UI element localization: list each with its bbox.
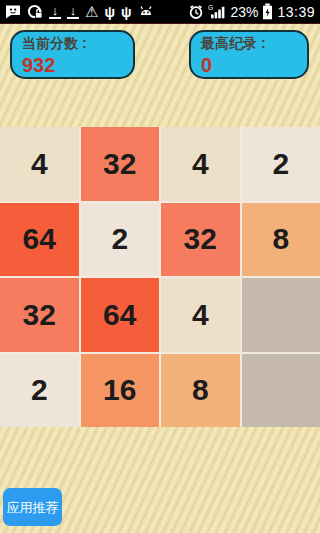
network-type-label: G xyxy=(208,4,213,11)
clock-time: 13:39 xyxy=(277,4,315,20)
signal-icon: G xyxy=(208,4,226,19)
tile-2-r1c4: 2 xyxy=(242,127,320,201)
chat-icon xyxy=(5,5,21,19)
best-score-label: 最高纪录 : xyxy=(201,36,297,51)
warning-icon: ⚠ xyxy=(85,4,98,19)
screen: ↓ ↓ ⚠ ψ ψ G 23% 13:39 当前分数 : 932 最高纪录 : … xyxy=(0,0,320,533)
tile-2-r2c2: 2 xyxy=(81,203,160,277)
battery-percent-label: 23% xyxy=(230,4,258,20)
tile-4-r1c1: 4 xyxy=(0,127,79,201)
tile-64-r2c1: 64 xyxy=(0,203,79,277)
current-score-value: 932 xyxy=(22,55,123,75)
tile-8-r4c3: 8 xyxy=(161,354,240,428)
download-icon: ↓ xyxy=(67,4,79,19)
tile-32-r1c2: 32 xyxy=(81,127,160,201)
download-icon: ↓ xyxy=(49,4,61,19)
tile-16-r4c2: 16 xyxy=(81,354,160,428)
empty-cell-r4c4 xyxy=(242,354,320,428)
tile-4-r3c3: 4 xyxy=(161,278,240,352)
current-score-box: 当前分数 : 932 xyxy=(10,30,135,79)
usb-icon: ψ xyxy=(121,5,132,19)
tile-64-r3c2: 64 xyxy=(81,278,160,352)
tile-8-r2c4: 8 xyxy=(242,203,320,277)
tile-32-r2c3: 32 xyxy=(161,203,240,277)
empty-cell-r3c4 xyxy=(242,278,320,352)
status-bar: ↓ ↓ ⚠ ψ ψ G 23% 13:39 xyxy=(0,0,320,24)
alarm-icon xyxy=(188,4,204,19)
current-score-label: 当前分数 : xyxy=(22,36,123,51)
best-score-value: 0 xyxy=(201,55,297,75)
rotation-lock-icon xyxy=(27,4,43,19)
android-icon xyxy=(138,5,154,19)
tile-4-r1c3: 4 xyxy=(161,127,240,201)
usb-icon: ψ xyxy=(104,5,115,19)
tile-32-r3c1: 32 xyxy=(0,278,79,352)
app-recommend-button[interactable]: 应用推荐 xyxy=(3,488,62,526)
best-score-box: 最高纪录 : 0 xyxy=(189,30,309,79)
tile-2-r4c1: 2 xyxy=(0,354,79,428)
board[interactable]: 43242642328326442168 xyxy=(0,127,320,427)
battery-icon xyxy=(262,3,273,20)
